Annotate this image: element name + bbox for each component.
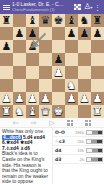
- square-f7[interactable]: ♟: [65, 27, 78, 40]
- explorer-row-O-O[interactable]: O-O186k: [53, 128, 104, 137]
- square-a7[interactable]: [0, 27, 13, 40]
- piece-white-knight: ♞: [13, 105, 26, 118]
- piece-black-pawn: ♟: [65, 27, 78, 40]
- lower-panels: White has only one. 4...dxc6 5.d4 exd4 6…: [0, 128, 104, 184]
- piece-white-rook: ♜: [0, 105, 13, 118]
- square-b5[interactable]: [13, 53, 26, 66]
- square-g7[interactable]: ♟: [78, 27, 91, 40]
- square-g1[interactable]: [78, 105, 91, 118]
- explorer-move: d3: [55, 157, 68, 162]
- piece-black-pawn: ♟: [26, 40, 39, 53]
- square-f1[interactable]: [65, 105, 78, 118]
- next-move-icon[interactable]: ⇨: [31, 118, 37, 127]
- square-h1[interactable]: ♜: [91, 105, 104, 118]
- page-subtitle: ChessFundamentals (1): [12, 8, 71, 12]
- square-h5[interactable]: [91, 53, 104, 66]
- square-h7[interactable]: ♟: [91, 27, 104, 40]
- piece-black-pawn: ♟: [91, 27, 104, 40]
- piece-white-pawn: ♟: [65, 92, 78, 105]
- square-g3[interactable]: [78, 79, 91, 92]
- overflow-menu-icon[interactable]: ⋮: [94, 4, 101, 11]
- square-d7[interactable]: [39, 27, 52, 40]
- square-f8[interactable]: ♝: [65, 14, 78, 27]
- square-f2[interactable]: ♟: [65, 92, 78, 105]
- square-h8[interactable]: ♜: [91, 14, 104, 27]
- draw-segment: [91, 158, 98, 161]
- explorer-game-count: 26k: [68, 139, 86, 144]
- result-bar: [86, 130, 103, 135]
- draw-segment: [92, 131, 99, 134]
- black-wins-segment: [98, 131, 102, 134]
- select-board-icon[interactable]: [67, 120, 73, 126]
- square-a2[interactable]: ♟: [0, 92, 13, 105]
- square-f3[interactable]: ♞: [65, 79, 78, 92]
- square-b2[interactable]: ♟: [13, 92, 26, 105]
- explorer-game-count: 19k: [68, 148, 86, 153]
- square-h2[interactable]: ♟: [91, 92, 104, 105]
- result-bar: [86, 157, 103, 162]
- piece-white-pawn: ♟: [0, 92, 13, 105]
- square-a6[interactable]: ♟: [0, 40, 13, 53]
- square-g6[interactable]: [78, 40, 91, 53]
- square-d2[interactable]: ♟: [39, 92, 52, 105]
- board-list-icon[interactable]: [74, 4, 81, 10]
- draw-segment: [91, 140, 98, 143]
- square-h6[interactable]: [91, 40, 104, 53]
- move-list: 4...dxc6 5.d4 exd4 6.♕xd4 ♕xd4 7.♘xd4 ♗d…: [2, 135, 45, 151]
- square-c3[interactable]: [26, 79, 39, 92]
- black-wins-segment: [98, 158, 102, 161]
- current-move[interactable]: 4...dxc6: [2, 135, 22, 140]
- square-b1[interactable]: ♞: [13, 105, 26, 118]
- square-b3[interactable]: [13, 79, 26, 92]
- square-f4[interactable]: [65, 66, 78, 79]
- result-bar: [86, 139, 103, 144]
- piece-black-knight: ♞: [78, 14, 91, 27]
- previous-move-icon[interactable]: ⇦: [12, 118, 18, 127]
- piece-black-rook: ♜: [0, 14, 13, 27]
- piece-white-pawn: ♟: [91, 92, 104, 105]
- chess-board: ♜♝♛♚♝♞♜♟♟♟♟♟♟♟♟♟♞♟♟♟♟♟♟♟♜♞♝♛♚♜: [0, 14, 104, 118]
- explorer-row-d4[interactable]: d419k: [53, 146, 104, 155]
- piece-white-rook: ♜: [91, 105, 104, 118]
- square-e5[interactable]: ♟: [52, 53, 65, 66]
- square-g8[interactable]: ♞: [78, 14, 91, 27]
- opening-explorer: O-O186k♘c326kd419kd32k: [52, 128, 104, 184]
- square-b6[interactable]: [13, 40, 26, 53]
- piece-black-pawn: ♟: [52, 53, 65, 66]
- square-e4[interactable]: ♟: [52, 66, 65, 79]
- piece-white-pawn: ♟: [26, 92, 39, 105]
- square-g4[interactable]: [78, 66, 91, 79]
- square-e2[interactable]: [52, 92, 65, 105]
- piece-white-bishop: ♝: [26, 105, 39, 118]
- black-wins-segment: [98, 149, 102, 152]
- result-bar: [86, 148, 103, 153]
- piece-black-pawn: ♟: [26, 27, 39, 40]
- piece-black-pawn: ♟: [13, 27, 26, 40]
- square-a4[interactable]: [0, 66, 13, 79]
- square-e7[interactable]: [52, 27, 65, 40]
- piece-black-rook: ♜: [91, 14, 104, 27]
- piece-black-bishop: ♝: [65, 14, 78, 27]
- fullscreen-icon[interactable]: [85, 120, 91, 126]
- square-c1[interactable]: ♝: [26, 105, 39, 118]
- square-b8[interactable]: [13, 14, 26, 27]
- square-c5[interactable]: [26, 53, 39, 66]
- square-d1[interactable]: ♛: [39, 105, 52, 118]
- explorer-move: O-O: [55, 130, 68, 135]
- app-bar: 1-0 Lasker, Dr. E. - C… ChessFundamental…: [0, 0, 104, 14]
- piece-white-knight: ♞: [65, 79, 78, 92]
- square-d3[interactable]: [39, 79, 52, 92]
- piece-white-pawn: ♟: [13, 92, 26, 105]
- autoplay-icon[interactable]: ▷: [49, 118, 54, 127]
- move-toolbar: ⇦ ⇨ ▷: [0, 118, 104, 128]
- explorer-move: ♘c3: [55, 139, 68, 144]
- square-e6[interactable]: [52, 40, 65, 53]
- square-f6[interactable]: [65, 40, 78, 53]
- piece-black-bishop: ♝: [26, 14, 39, 27]
- explorer-game-count: 2k: [68, 157, 86, 162]
- square-d4[interactable]: [39, 66, 52, 79]
- square-c4[interactable]: [26, 66, 39, 79]
- annotation-text: White has only one.: [2, 129, 44, 134]
- square-d5[interactable]: [39, 53, 52, 66]
- square-d6[interactable]: [39, 40, 52, 53]
- square-a1[interactable]: ♜: [0, 105, 13, 118]
- menu-icon[interactable]: [3, 4, 10, 11]
- square-a5[interactable]: [0, 53, 13, 66]
- piece-black-king: ♚: [52, 14, 65, 27]
- black-wins-segment: [97, 140, 102, 143]
- square-d8[interactable]: ♛: [39, 14, 52, 27]
- piece-white-king: ♚: [52, 105, 65, 118]
- annotation-comment: Black's idea is to Castle on the King's …: [2, 151, 50, 184]
- square-b4[interactable]: [13, 66, 26, 79]
- notation-panel: White has only one. 4...dxc6 5.d4 exd4 6…: [0, 128, 52, 184]
- square-g2[interactable]: ♟: [78, 92, 91, 105]
- square-a8[interactable]: ♜: [0, 14, 13, 27]
- square-c8[interactable]: ♝: [26, 14, 39, 27]
- square-b7[interactable]: ♟: [13, 27, 26, 40]
- square-a3[interactable]: [0, 79, 13, 92]
- setup-pieces-icon[interactable]: ♙+: [84, 3, 91, 11]
- explorer-move: d4: [55, 148, 68, 153]
- square-c6[interactable]: ♟: [26, 40, 39, 53]
- square-e1[interactable]: ♚: [52, 105, 65, 118]
- square-c7[interactable]: ♟: [26, 27, 39, 40]
- square-h3[interactable]: [91, 79, 104, 92]
- piece-white-pawn: ♟: [52, 66, 65, 79]
- square-e8[interactable]: ♚: [52, 14, 65, 27]
- piece-white-pawn: ♟: [39, 92, 52, 105]
- square-g5[interactable]: [78, 53, 91, 66]
- square-c2[interactable]: ♟: [26, 92, 39, 105]
- explorer-row-c3[interactable]: ♘c326k: [53, 137, 104, 146]
- piece-white-queen: ♛: [39, 105, 52, 118]
- explorer-row-d3[interactable]: d32k: [53, 155, 104, 164]
- explorer-game-count: 186k: [68, 130, 86, 135]
- title-block: 1-0 Lasker, Dr. E. - C… ChessFundamental…: [12, 2, 71, 12]
- square-h4[interactable]: [91, 66, 104, 79]
- square-f5[interactable]: [65, 53, 78, 66]
- piece-black-pawn: ♟: [78, 27, 91, 40]
- piece-black-queen: ♛: [39, 14, 52, 27]
- square-e3[interactable]: [52, 79, 65, 92]
- piece-white-pawn: ♟: [78, 92, 91, 105]
- piece-black-pawn: ♟: [0, 40, 13, 53]
